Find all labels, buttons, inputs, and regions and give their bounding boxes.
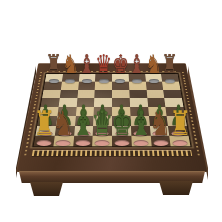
square-g3 (149, 116, 169, 126)
square-b2 (55, 126, 75, 136)
square-d3 (93, 116, 112, 126)
square-c2 (74, 126, 94, 136)
square-d5 (94, 98, 112, 107)
square-g5 (147, 98, 166, 107)
square-d2 (93, 126, 112, 136)
chess-board (16, 63, 208, 172)
playing-field (34, 74, 191, 147)
square-f3 (130, 116, 149, 126)
square-e4 (112, 107, 130, 116)
square-g4 (148, 107, 167, 116)
square-g2 (149, 126, 169, 136)
square-h6 (163, 90, 182, 98)
far-inlay-line (47, 71, 178, 72)
square-e2 (112, 126, 131, 136)
square-e6 (112, 90, 129, 98)
square-f4 (130, 107, 149, 116)
square-g7 (145, 81, 163, 89)
square-c7 (78, 81, 95, 89)
square-b8 (62, 74, 79, 82)
square-a6 (42, 90, 61, 98)
square-c8 (79, 74, 96, 82)
square-h7 (162, 81, 180, 89)
square-e5 (112, 98, 130, 107)
square-c3 (75, 116, 94, 126)
square-a7 (44, 81, 62, 89)
square-h2 (168, 126, 188, 136)
square-b7 (61, 81, 79, 89)
square-c5 (76, 98, 94, 107)
square-e7 (112, 81, 129, 89)
square-b3 (56, 116, 76, 126)
square-g1 (150, 136, 171, 147)
square-d4 (94, 107, 112, 116)
square-c1 (73, 136, 93, 147)
square-e1 (112, 136, 132, 147)
square-c4 (75, 107, 94, 116)
square-a1 (34, 136, 55, 147)
square-a5 (41, 98, 60, 107)
square-f5 (129, 98, 147, 107)
square-a2 (35, 126, 55, 136)
square-d6 (95, 90, 112, 98)
mosaic-inlay-strip (32, 150, 193, 156)
square-f6 (129, 90, 147, 98)
square-f8 (128, 74, 145, 82)
square-a3 (37, 116, 57, 126)
board-foot-left (30, 182, 63, 196)
square-d7 (95, 81, 112, 89)
square-h1 (169, 136, 190, 147)
square-b5 (58, 98, 77, 107)
square-e3 (112, 116, 131, 126)
square-c6 (77, 90, 95, 98)
square-b6 (60, 90, 78, 98)
square-h4 (166, 107, 185, 116)
square-d8 (95, 74, 112, 82)
square-b4 (57, 107, 76, 116)
square-g6 (146, 90, 164, 98)
square-f7 (129, 81, 146, 89)
square-a4 (39, 107, 58, 116)
square-h3 (167, 116, 187, 126)
square-h5 (164, 98, 183, 107)
square-b1 (53, 136, 74, 147)
chess-set-product-photo: ♜♞♝♛♚♝♞♜♟♟♟♟♟♟♟♟♜♞♝♛♚♝♞♜ (0, 0, 222, 222)
square-f2 (131, 126, 151, 136)
square-d1 (92, 136, 112, 147)
square-g8 (145, 74, 162, 82)
square-h8 (161, 74, 179, 82)
square-e8 (112, 74, 129, 82)
board-foot-right (159, 181, 193, 195)
square-a8 (45, 74, 63, 82)
square-f1 (131, 136, 151, 147)
